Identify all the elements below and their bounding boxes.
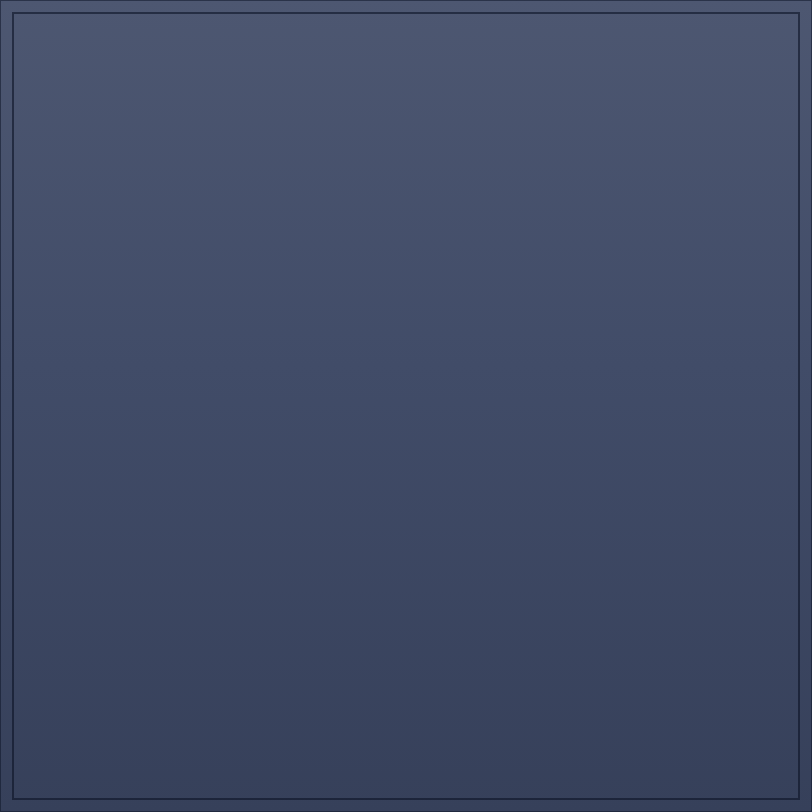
chess-board <box>14 14 798 798</box>
chess-board-frame <box>0 0 812 812</box>
